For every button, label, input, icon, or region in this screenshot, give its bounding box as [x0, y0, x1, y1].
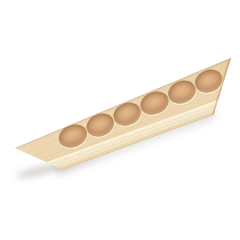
mancala-board	[4, 58, 240, 186]
board-wrapper	[4, 58, 240, 186]
product-photo-scene	[0, 0, 240, 240]
